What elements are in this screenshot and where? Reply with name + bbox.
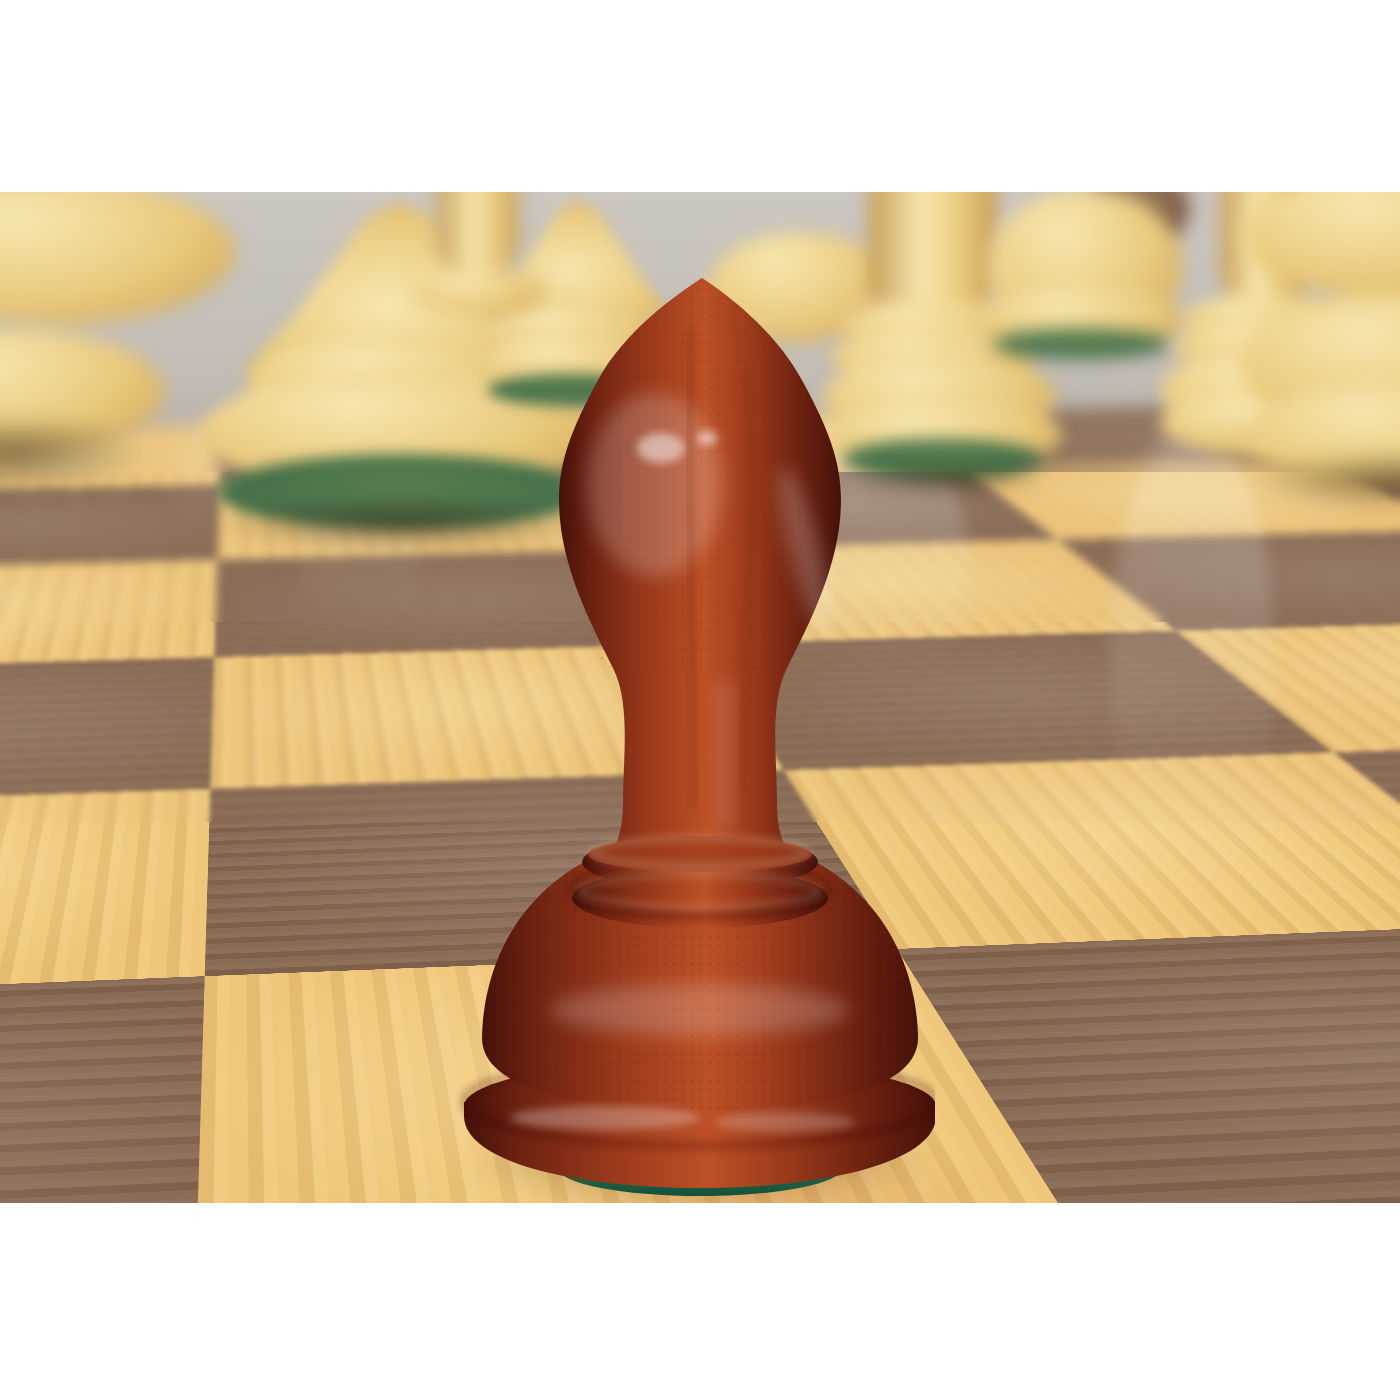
red-rosewood-pawn xyxy=(455,250,935,1203)
photo xyxy=(0,192,1400,1203)
white-margin-top xyxy=(0,0,1400,192)
product-photo xyxy=(0,0,1400,1400)
white-margin-bottom xyxy=(0,1203,1400,1400)
board-square xyxy=(0,976,205,1203)
